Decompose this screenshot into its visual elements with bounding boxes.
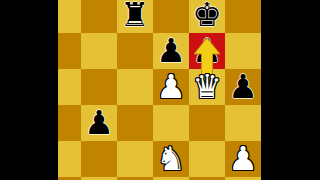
square-e5[interactable] (117, 105, 153, 141)
square-g4[interactable] (189, 141, 225, 177)
piece-black-rook[interactable]: ♜ (120, 0, 150, 33)
square-f8[interactable] (153, 0, 189, 33)
letterbox-right-bar (261, 0, 320, 180)
square-g3[interactable] (189, 177, 225, 180)
square-f6[interactable]: ♟ (153, 69, 189, 105)
square-h4[interactable]: ♟ (225, 141, 261, 177)
square-f7[interactable]: ♟ (153, 33, 189, 69)
board-viewport: ♜♚♟♟♟♛♟♟♞♟ (58, 0, 261, 180)
square-c6[interactable] (58, 69, 81, 105)
square-c8[interactable] (58, 0, 81, 33)
chess-video-frame: ♜♚♟♟♟♛♟♟♞♟ (0, 0, 320, 180)
square-h5[interactable] (225, 105, 261, 141)
piece-white-queen[interactable]: ♛ (192, 69, 222, 105)
piece-black-king[interactable]: ♚ (192, 0, 222, 33)
square-e3[interactable] (117, 177, 153, 180)
square-c3[interactable] (58, 177, 81, 180)
square-h6[interactable]: ♟ (225, 69, 261, 105)
letterbox-left-bar (0, 0, 58, 180)
square-f4[interactable]: ♞ (153, 141, 189, 177)
piece-black-pawn[interactable]: ♟ (84, 105, 114, 141)
square-d6[interactable] (81, 69, 117, 105)
piece-white-pawn[interactable]: ♟ (228, 141, 258, 177)
piece-white-knight[interactable]: ♞ (156, 141, 186, 177)
square-e7[interactable] (117, 33, 153, 69)
square-c4[interactable] (58, 141, 81, 177)
piece-black-pawn[interactable]: ♟ (228, 69, 258, 105)
piece-black-pawn[interactable]: ♟ (156, 33, 186, 69)
square-f5[interactable] (153, 105, 189, 141)
piece-black-pawn[interactable]: ♟ (192, 33, 222, 69)
square-d8[interactable] (81, 0, 117, 33)
chess-board: ♜♚♟♟♟♛♟♟♞♟ (58, 0, 261, 180)
square-d3[interactable] (81, 177, 117, 180)
square-g5[interactable] (189, 105, 225, 141)
square-c5[interactable] (58, 105, 81, 141)
square-g7[interactable]: ♟ (189, 33, 225, 69)
square-e4[interactable] (117, 141, 153, 177)
square-h8[interactable] (225, 0, 261, 33)
square-d5[interactable]: ♟ (81, 105, 117, 141)
square-g6[interactable]: ♛ (189, 69, 225, 105)
square-d7[interactable] (81, 33, 117, 69)
square-h7[interactable] (225, 33, 261, 69)
square-e6[interactable] (117, 69, 153, 105)
square-d4[interactable] (81, 141, 117, 177)
square-c7[interactable] (58, 33, 81, 69)
square-e8[interactable]: ♜ (117, 0, 153, 33)
piece-white-pawn[interactable]: ♟ (156, 69, 186, 105)
square-g8[interactable]: ♚ (189, 0, 225, 33)
